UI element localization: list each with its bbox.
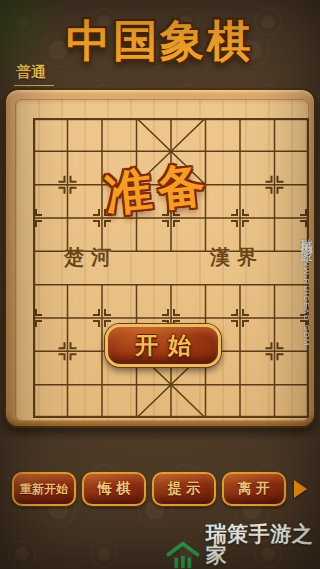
river-label-chu: 楚河	[52, 244, 130, 271]
watermark-site-name: 瑞策手游之家	[206, 523, 320, 565]
toolbar: 重新开始 悔棋 提示 离开	[12, 472, 312, 506]
difficulty-label: 普通	[14, 63, 54, 86]
ready-overlay-text: 准备	[102, 153, 214, 227]
xiangqi-board: 楚河 漢界 准备 开始	[4, 88, 316, 428]
watermark-bottom-text: 瑞策手游之家 — WWW.RUICEAD.COM —	[206, 523, 320, 569]
toolbar-expand-arrow-icon[interactable]	[294, 480, 307, 498]
undo-move-button[interactable]: 悔棋	[82, 472, 146, 506]
restart-button[interactable]: 重新开始	[12, 472, 76, 506]
river-label-han: 漢界	[198, 244, 276, 271]
start-button[interactable]: 开始	[105, 324, 221, 367]
house-logo-icon	[166, 538, 200, 569]
hint-button[interactable]: 提示	[152, 472, 216, 506]
xiangqi-app-screen: 中国象棋 普通	[0, 0, 320, 569]
watermark-bottom: 瑞策手游之家 — WWW.RUICEAD.COM —	[166, 523, 320, 569]
leave-button[interactable]: 离开	[222, 472, 286, 506]
